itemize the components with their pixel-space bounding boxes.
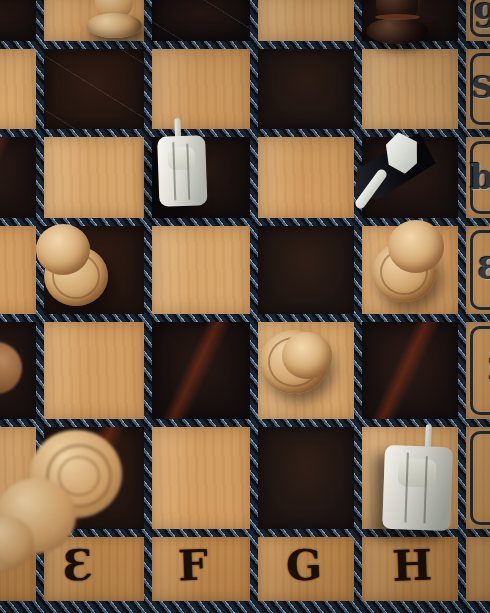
rank-label: Ɛ: [478, 254, 490, 284]
square-f2: [152, 322, 250, 419]
black-piece-white-dart-h4: [340, 122, 440, 217]
rank-label: S: [472, 73, 490, 103]
square-g3: [258, 226, 354, 314]
rank-border-cell-1: 1: [466, 427, 490, 529]
file-label: G: [285, 544, 322, 587]
rank-label: 9: [474, 0, 490, 32]
square-f1: [152, 427, 250, 529]
square-g6: [258, 0, 354, 41]
rank-border-cell-6: 9: [466, 0, 490, 41]
square-e5: [44, 49, 144, 129]
white-bishop-e1: [0, 414, 153, 589]
rank-cell-frame: [470, 431, 490, 525]
square-d4: [0, 137, 36, 218]
square-e4: [44, 137, 144, 218]
file-label: F: [177, 544, 208, 587]
square-d6: [0, 0, 36, 41]
file-label: H: [391, 544, 432, 587]
square-e2: [44, 322, 144, 419]
black-pawn-h6: [366, 0, 428, 44]
tank-hull: [382, 445, 453, 531]
pawn-collar: [86, 13, 142, 38]
square-f3: [152, 226, 250, 314]
tank-turret: [398, 458, 437, 487]
pawn-collar: [366, 18, 428, 44]
pawn-ring-stripe: [375, 14, 420, 20]
corner-border-cell: [466, 537, 490, 601]
chessboard-photo: 9SbƐ21ƐFGH: [0, 0, 490, 613]
rank-border-cell-3: Ɛ: [466, 226, 490, 314]
square-f6: [152, 0, 250, 41]
square-g5: [258, 49, 354, 129]
rank-border-cell-4: b: [466, 137, 490, 218]
rank-label: b: [470, 159, 490, 193]
rank-border-cell-5: S: [466, 49, 490, 129]
white-tank-h1: [382, 423, 454, 533]
white-tank-f4: [156, 117, 207, 209]
square-h5: [362, 49, 458, 129]
file-border-cell-g: G: [258, 537, 354, 601]
square-d5: [0, 49, 36, 129]
square-h2: [362, 322, 458, 419]
file-border-cell-f: F: [152, 537, 250, 601]
tank-hull: [157, 135, 207, 207]
white-pawn-e6: [86, 0, 142, 38]
file-border-cell-h: H: [362, 537, 458, 601]
rank-cell-frame: [470, 326, 490, 415]
rank-border-cell-2: 2: [466, 322, 490, 419]
square-g1: [258, 427, 354, 529]
pawn-head: [36, 224, 90, 275]
square-d3: [0, 226, 36, 314]
pawn-head: [388, 220, 444, 273]
pawn-head: [282, 332, 332, 379]
